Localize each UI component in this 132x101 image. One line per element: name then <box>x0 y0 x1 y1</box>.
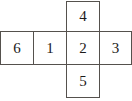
net-cell-face-4: 4 <box>66 1 100 32</box>
net-cell-face-3: 3 <box>99 31 132 65</box>
net-cell-face-2: 2 <box>66 31 100 65</box>
net-cell-face-1: 1 <box>33 31 67 65</box>
cube-net-board: 461235 <box>0 0 132 101</box>
net-cell-face-5: 5 <box>66 64 100 98</box>
net-cell-face-6: 6 <box>0 31 34 65</box>
